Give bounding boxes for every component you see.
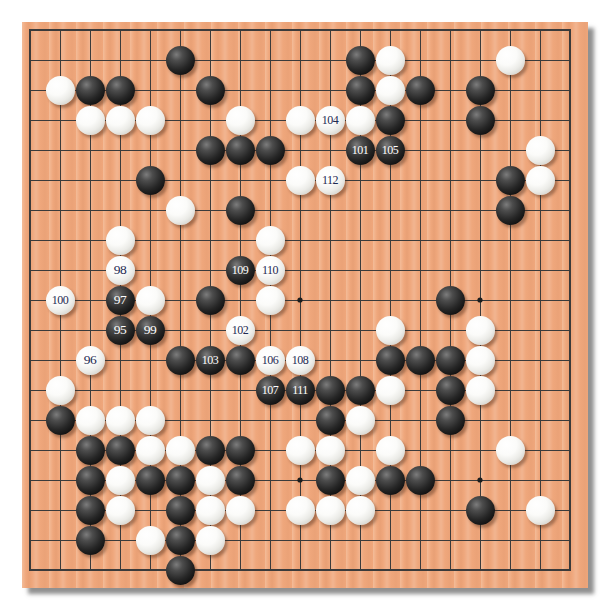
white-stone[interactable]: [136, 526, 165, 555]
black-stone[interactable]: [76, 76, 105, 105]
black-stone[interactable]: [346, 46, 375, 75]
white-stone[interactable]: [346, 106, 375, 135]
black-stone[interactable]: 103: [196, 346, 225, 375]
move-number-label: 110: [262, 264, 278, 276]
black-stone[interactable]: [196, 136, 225, 165]
black-stone[interactable]: 109: [226, 256, 255, 285]
move-number-label: 95: [114, 323, 127, 337]
white-stone[interactable]: [376, 376, 405, 405]
white-stone[interactable]: [466, 316, 495, 345]
white-stone[interactable]: [346, 496, 375, 525]
white-stone[interactable]: 104: [316, 106, 345, 135]
white-stone[interactable]: [496, 436, 525, 465]
white-stone[interactable]: [196, 496, 225, 525]
move-number-label: 96: [84, 353, 97, 367]
white-stone[interactable]: [226, 496, 255, 525]
white-stone[interactable]: [106, 406, 135, 435]
white-stone[interactable]: 108: [286, 346, 315, 375]
white-stone[interactable]: 102: [226, 316, 255, 345]
black-stone[interactable]: [406, 76, 435, 105]
black-stone[interactable]: [166, 526, 195, 555]
black-stone[interactable]: [196, 436, 225, 465]
white-stone[interactable]: [376, 76, 405, 105]
black-stone[interactable]: [46, 406, 75, 435]
move-number-label: 106: [262, 354, 279, 366]
black-stone[interactable]: [226, 346, 255, 375]
white-stone[interactable]: [286, 106, 315, 135]
white-stone[interactable]: [376, 436, 405, 465]
white-stone[interactable]: 98: [106, 256, 135, 285]
black-stone[interactable]: [166, 556, 195, 585]
black-stone[interactable]: [76, 466, 105, 495]
black-stone[interactable]: 99: [136, 316, 165, 345]
white-stone[interactable]: [106, 106, 135, 135]
black-stone[interactable]: [496, 196, 525, 225]
black-stone[interactable]: [106, 76, 135, 105]
move-number-label: 102: [232, 324, 249, 336]
move-number-label: 99: [144, 323, 157, 337]
white-stone[interactable]: [136, 106, 165, 135]
page: 1041011051129810911010097959910296103106…: [0, 0, 600, 600]
white-stone[interactable]: [286, 496, 315, 525]
black-stone[interactable]: [76, 496, 105, 525]
black-stone[interactable]: [406, 346, 435, 375]
black-stone[interactable]: [376, 466, 405, 495]
white-stone[interactable]: [46, 376, 75, 405]
black-stone[interactable]: [136, 166, 165, 195]
black-stone[interactable]: [466, 76, 495, 105]
black-stone[interactable]: [196, 286, 225, 315]
black-stone[interactable]: [226, 136, 255, 165]
white-stone[interactable]: [136, 406, 165, 435]
black-stone[interactable]: [76, 526, 105, 555]
white-stone[interactable]: [166, 196, 195, 225]
move-number-label: 109: [232, 264, 249, 276]
white-stone[interactable]: [76, 106, 105, 135]
black-stone[interactable]: [466, 106, 495, 135]
black-stone[interactable]: [436, 376, 465, 405]
black-stone[interactable]: [166, 466, 195, 495]
move-number-label: 112: [322, 174, 338, 186]
black-stone[interactable]: [436, 346, 465, 375]
move-number-label: 100: [52, 294, 69, 306]
white-stone[interactable]: [316, 496, 345, 525]
move-number-label: 101: [352, 144, 369, 156]
black-stone[interactable]: [256, 136, 285, 165]
black-stone[interactable]: [436, 286, 465, 315]
star-point: [477, 477, 482, 482]
white-stone[interactable]: [106, 466, 135, 495]
white-stone[interactable]: [256, 226, 285, 255]
white-stone[interactable]: [106, 496, 135, 525]
black-stone[interactable]: 97: [106, 286, 135, 315]
white-stone[interactable]: [526, 166, 555, 195]
white-stone[interactable]: [346, 406, 375, 435]
white-stone[interactable]: [346, 466, 375, 495]
white-stone[interactable]: [286, 436, 315, 465]
move-number-label: 105: [382, 144, 399, 156]
black-stone[interactable]: [76, 436, 105, 465]
black-stone[interactable]: 107: [256, 376, 285, 405]
black-stone[interactable]: [166, 46, 195, 75]
star-point: [477, 297, 482, 302]
black-stone[interactable]: [466, 496, 495, 525]
white-stone[interactable]: 96: [76, 346, 105, 375]
black-stone[interactable]: [496, 166, 525, 195]
black-stone[interactable]: [166, 346, 195, 375]
white-stone[interactable]: [46, 76, 75, 105]
move-number-label: 98: [114, 263, 127, 277]
star-point: [297, 297, 302, 302]
white-stone[interactable]: 112: [316, 166, 345, 195]
black-stone[interactable]: [136, 466, 165, 495]
white-stone[interactable]: [106, 226, 135, 255]
black-stone[interactable]: [406, 466, 435, 495]
white-stone[interactable]: [466, 376, 495, 405]
white-stone[interactable]: [196, 526, 225, 555]
white-stone[interactable]: [316, 436, 345, 465]
white-stone[interactable]: [526, 136, 555, 165]
white-stone[interactable]: [526, 496, 555, 525]
move-number-label: 107: [262, 384, 279, 396]
move-number-label: 97: [114, 293, 127, 307]
black-stone[interactable]: [226, 196, 255, 225]
white-stone[interactable]: 100: [46, 286, 75, 315]
star-point: [297, 477, 302, 482]
black-stone[interactable]: [226, 466, 255, 495]
black-stone[interactable]: [436, 406, 465, 435]
white-stone[interactable]: [256, 286, 285, 315]
black-stone[interactable]: 111: [286, 376, 315, 405]
go-board[interactable]: 1041011051129810911010097959910296103106…: [22, 22, 588, 588]
black-stone[interactable]: [346, 76, 375, 105]
black-stone[interactable]: [376, 346, 405, 375]
black-stone[interactable]: 101: [346, 136, 375, 165]
black-stone[interactable]: 95: [106, 316, 135, 345]
move-number-label: 111: [292, 384, 308, 396]
white-stone[interactable]: [196, 466, 225, 495]
white-stone[interactable]: [376, 316, 405, 345]
white-stone[interactable]: 106: [256, 346, 285, 375]
black-stone[interactable]: [166, 496, 195, 525]
black-stone[interactable]: 105: [376, 136, 405, 165]
move-number-label: 108: [292, 354, 309, 366]
black-stone[interactable]: [346, 376, 375, 405]
black-stone[interactable]: [376, 106, 405, 135]
white-stone[interactable]: [136, 436, 165, 465]
white-stone[interactable]: [226, 106, 255, 135]
white-stone[interactable]: 110: [256, 256, 285, 285]
white-stone[interactable]: [76, 406, 105, 435]
white-stone[interactable]: [286, 166, 315, 195]
black-stone[interactable]: [106, 436, 135, 465]
black-stone[interactable]: [316, 376, 345, 405]
white-stone[interactable]: [166, 436, 195, 465]
black-stone[interactable]: [196, 76, 225, 105]
white-stone[interactable]: [376, 46, 405, 75]
move-number-label: 103: [202, 354, 219, 366]
black-stone[interactable]: [316, 406, 345, 435]
white-stone[interactable]: [136, 286, 165, 315]
white-stone[interactable]: [466, 346, 495, 375]
black-stone[interactable]: [226, 436, 255, 465]
black-stone[interactable]: [316, 466, 345, 495]
move-number-label: 104: [322, 114, 339, 126]
white-stone[interactable]: [496, 46, 525, 75]
